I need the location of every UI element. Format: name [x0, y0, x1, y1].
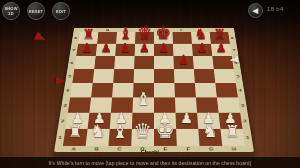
piece-red-pawn-g7[interactable]: ♟	[196, 41, 207, 54]
square-h4[interactable]	[215, 83, 238, 97]
turn-message: It's White's turn to move (tap piece to …	[49, 160, 252, 166]
check-status-label: Check!	[0, 149, 300, 155]
piece-white-pawn-f2[interactable]: ♟	[180, 110, 193, 124]
piece-white-knight-g1[interactable]: ♞	[202, 124, 218, 142]
piece-red-pawn-b7[interactable]: ♟	[100, 41, 111, 54]
edit-button[interactable]: EDIT	[52, 2, 70, 20]
square-e6[interactable]	[154, 56, 174, 69]
square-f4[interactable]	[174, 83, 196, 97]
piece-white-rook-a1[interactable]: ♜	[68, 125, 83, 142]
square-g5[interactable]	[194, 69, 215, 83]
piece-white-rook-h1[interactable]: ♜	[225, 125, 240, 142]
square-g6[interactable]	[193, 56, 214, 69]
square-c5[interactable]	[113, 69, 134, 83]
reset-button[interactable]: RESET	[27, 2, 45, 20]
square-c4[interactable]	[112, 83, 134, 97]
square-f5[interactable]	[174, 69, 195, 83]
status-bar: It's White's turn to move (tap piece to …	[0, 157, 300, 168]
piece-white-knight-b1[interactable]: ♞	[90, 124, 106, 142]
square-b6[interactable]	[94, 56, 115, 69]
square-e4[interactable]	[154, 83, 175, 97]
piece-red-pawn-h7[interactable]: ♟	[216, 41, 227, 54]
undo-move-button[interactable]: ◀	[248, 3, 263, 18]
piece-red-pawn-f6[interactable]: ♟	[178, 54, 189, 67]
square-a6[interactable]	[74, 56, 95, 69]
square-f1[interactable]	[176, 129, 199, 146]
square-e5[interactable]	[154, 69, 174, 83]
app-screen: ABCDEFGH ABCDEFGH 87654321 87654321 ♟♟♟ …	[0, 0, 300, 168]
piece-white-bishop-d3[interactable]: ♝	[136, 91, 152, 109]
reset-label: RESET	[29, 9, 43, 14]
square-a4[interactable]	[70, 83, 93, 97]
piece-red-pawn-c7[interactable]: ♟	[120, 41, 131, 54]
piece-white-bishop-c1[interactable]: ♝	[112, 123, 129, 142]
square-b5[interactable]	[93, 69, 114, 83]
square-b4[interactable]	[91, 83, 113, 97]
show-2d-label-line2: 2D	[8, 11, 14, 16]
piece-white-queen-d1[interactable]: ♛	[134, 121, 152, 142]
piece-red-pawn-d7[interactable]: ♟	[139, 41, 150, 54]
square-f8[interactable]	[173, 32, 192, 44]
last-move-label: 18 b4	[267, 6, 284, 12]
edit-label: EDIT	[56, 9, 66, 14]
captured-red-pawn-on-table: ♟	[53, 76, 64, 86]
piece-white-king-e1[interactable]: ♚	[156, 120, 175, 142]
square-a5[interactable]	[72, 69, 94, 83]
back-arrow-icon: ◀	[253, 7, 259, 14]
piece-red-pawn-a7[interactable]: ♟	[81, 41, 92, 54]
square-g4[interactable]	[195, 83, 217, 97]
show-2d-button[interactable]: SHOW 2D	[2, 2, 20, 20]
square-d6[interactable]	[134, 56, 154, 69]
captured-white-pawn-on-table: ♟	[229, 54, 242, 66]
square-h5[interactable]	[214, 69, 236, 83]
piece-red-pawn-e7[interactable]: ♟	[158, 41, 169, 54]
square-d5[interactable]	[134, 69, 154, 83]
square-c6[interactable]	[114, 56, 134, 69]
